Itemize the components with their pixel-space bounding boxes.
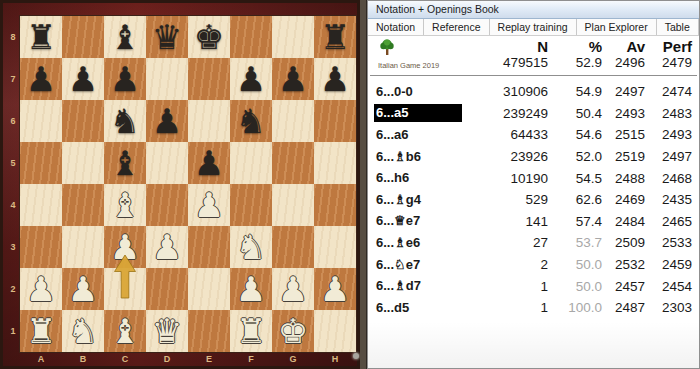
move-label[interactable]: 6...d5 (374, 299, 413, 317)
book-move-row[interactable]: 6...♗d7150.024572454 (368, 275, 699, 297)
score-percent: 50.0 (548, 279, 602, 294)
move-label[interactable]: 6...a6 (374, 126, 413, 144)
score-percent: 53.7 (548, 235, 602, 250)
square-g5[interactable] (272, 142, 314, 184)
games-count: 1 (468, 279, 548, 294)
games-count: 23926 (468, 149, 548, 164)
square-e7[interactable] (188, 58, 230, 100)
rank-label-2: 2 (6, 268, 20, 310)
performance-elo: 2435 (645, 192, 692, 207)
col-header-pct[interactable]: % (548, 38, 602, 55)
rank-labels: 87654321 (6, 16, 20, 352)
square-g8[interactable] (272, 16, 314, 58)
average-elo: 2515 (602, 127, 645, 142)
square-g6[interactable] (272, 100, 314, 142)
tab-plan-explorer[interactable]: Plan Explorer (577, 19, 657, 35)
column-headers: N % Av Perf (368, 38, 699, 55)
square-b8[interactable] (62, 16, 104, 58)
total-pct: 52.9 (548, 55, 602, 70)
black-pawn-d6[interactable]: ♟ (146, 100, 188, 142)
square-a5[interactable] (20, 142, 62, 184)
white-king-g1[interactable]: ♚ (272, 310, 314, 352)
average-elo: 2487 (602, 300, 645, 315)
square-a6[interactable] (20, 100, 62, 142)
black-pawn-c7[interactable]: ♟ (104, 58, 146, 100)
white-knight-f3[interactable]: ♞ (230, 226, 272, 268)
col-header-av[interactable]: Av (602, 38, 645, 55)
white-pawn-d3[interactable]: ♟ (146, 226, 188, 268)
white-bishop-c4[interactable]: ♝ (104, 184, 146, 226)
book-move-list: 6...0-031090654.9249724746...a523924950.… (368, 81, 699, 319)
white-pawn-g2[interactable]: ♟ (272, 268, 314, 310)
move-label[interactable]: 6...♗g4 (374, 191, 425, 209)
book-move-row[interactable]: 6...♗g452962.624692435 (368, 189, 699, 211)
score-percent: 57.4 (548, 214, 602, 229)
panel-titlebar[interactable]: Notation + Openings Book (368, 1, 699, 19)
white-pawn-a2[interactable]: ♟ (20, 268, 62, 310)
white-pawn-c3[interactable]: ♟ (104, 226, 146, 268)
games-count: 529 (468, 192, 548, 207)
square-h1[interactable] (314, 310, 356, 352)
square-g4[interactable] (272, 184, 314, 226)
tab-bar: NotationReferenceReplay trainingPlan Exp… (368, 19, 699, 36)
square-e3[interactable] (188, 226, 230, 268)
square-d5[interactable] (146, 142, 188, 184)
file-label-g: G (272, 352, 314, 369)
square-c2[interactable] (104, 268, 146, 310)
score-percent: 54.9 (548, 84, 602, 99)
total-perf: 2479 (645, 55, 692, 70)
rank-label-8: 8 (6, 16, 20, 58)
file-labels: ABCDEFGH (20, 352, 356, 369)
score-percent: 50.0 (548, 257, 602, 272)
move-label[interactable]: 6...♕e7 (374, 212, 424, 230)
file-label-e: E (188, 352, 230, 369)
rank-label-6: 6 (6, 100, 20, 142)
tab-notation[interactable]: Notation (368, 19, 424, 35)
square-h4[interactable] (314, 184, 356, 226)
square-d2[interactable] (146, 268, 188, 310)
rank-label-5: 5 (6, 142, 20, 184)
book-move-row[interactable]: 6...♗b62392652.025192497 (368, 146, 699, 168)
score-percent: 52.0 (548, 149, 602, 164)
games-count: 2 (468, 257, 548, 272)
performance-elo: 2465 (645, 214, 692, 229)
games-count: 141 (468, 214, 548, 229)
score-percent: 50.4 (548, 106, 602, 121)
games-count: 310906 (468, 84, 548, 99)
book-move-row[interactable]: 6...d51100.024872303 (368, 297, 699, 319)
chess-board[interactable]: ♜♝♛♚♜♟♟♟♟♟♟♞♟♞♝♟♝♟♟♟♞♟♟♟♟♟♜♞♝♛♜♚ (20, 16, 356, 352)
white-pawn-e4[interactable]: ♟ (188, 184, 230, 226)
average-elo: 2457 (602, 279, 645, 294)
performance-elo: 2459 (645, 257, 692, 272)
rank-label-7: 7 (6, 58, 20, 100)
square-h5[interactable] (314, 142, 356, 184)
black-king-e8[interactable]: ♚ (188, 16, 230, 58)
performance-elo: 2483 (645, 106, 692, 121)
white-rook-f1[interactable]: ♜ (230, 310, 272, 352)
file-label-d: D (146, 352, 188, 369)
performance-elo: 2454 (645, 279, 692, 294)
average-elo: 2469 (602, 192, 645, 207)
book-total-row: 479515 52.9 2496 2479 (368, 55, 699, 70)
move-label[interactable]: 6...h6 (374, 169, 413, 187)
square-d7[interactable] (146, 58, 188, 100)
square-g3[interactable] (272, 226, 314, 268)
square-b3[interactable] (62, 226, 104, 268)
book-move-row[interactable]: 6...♗e62753.725092533 (368, 232, 699, 254)
chessbase-window: 87654321 ABCDEFGH ♜♝♛♚♜♟♟♟♟♟♟♞♟♞♝♟♝♟♟♟♞♟… (0, 0, 700, 369)
black-rook-h8[interactable]: ♜ (314, 16, 356, 58)
file-label-a: A (20, 352, 62, 369)
average-elo: 2497 (602, 84, 645, 99)
white-pawn-b2[interactable]: ♟ (62, 268, 104, 310)
file-label-h: H (314, 352, 356, 369)
file-label-c: C (104, 352, 146, 369)
square-f4[interactable] (230, 184, 272, 226)
move-label[interactable]: 6...♗d7 (374, 277, 425, 295)
black-rook-a8[interactable]: ♜ (20, 16, 62, 58)
square-f8[interactable] (230, 16, 272, 58)
square-e2[interactable] (188, 268, 230, 310)
move-label[interactable]: 6...♗b6 (374, 148, 425, 166)
games-count: 239249 (468, 106, 548, 121)
score-percent: 54.5 (548, 171, 602, 186)
black-bishop-c8[interactable]: ♝ (104, 16, 146, 58)
tab-reference[interactable]: Reference (424, 19, 489, 35)
total-av: 2496 (602, 55, 645, 70)
file-label-b: B (62, 352, 104, 369)
black-pawn-h7[interactable]: ♟ (314, 58, 356, 100)
tab-replay-training[interactable]: Replay training (490, 19, 577, 35)
score-percent: 54.6 (548, 127, 602, 142)
average-elo: 2519 (602, 149, 645, 164)
square-b4[interactable] (62, 184, 104, 226)
performance-elo: 2497 (645, 149, 692, 164)
book-move-row[interactable]: 6...♕e714157.424842465 (368, 211, 699, 233)
average-elo: 2484 (602, 214, 645, 229)
games-count: 1 (468, 300, 548, 315)
black-knight-f6[interactable]: ♞ (230, 100, 272, 142)
white-pawn-f2[interactable]: ♟ (230, 268, 272, 310)
total-n: 479515 (468, 55, 548, 70)
rank-label-3: 3 (6, 226, 20, 268)
panel-splitter[interactable] (360, 0, 367, 369)
book-move-row[interactable]: 6...0-031090654.924972474 (368, 81, 699, 103)
square-b5[interactable] (62, 142, 104, 184)
white-rook-a1[interactable]: ♜ (20, 310, 62, 352)
move-label[interactable]: 6...a5 (374, 104, 462, 122)
board-frame: 87654321 ABCDEFGH ♜♝♛♚♜♟♟♟♟♟♟♞♟♞♝♟♝♟♟♟♞♟… (0, 0, 360, 369)
square-a4[interactable] (20, 184, 62, 226)
white-bishop-c1[interactable]: ♝ (104, 310, 146, 352)
performance-elo: 2303 (645, 300, 692, 315)
square-d4[interactable] (146, 184, 188, 226)
square-e6[interactable] (188, 100, 230, 142)
book-move-row[interactable]: 6...a523924950.424932483 (368, 103, 699, 125)
white-queen-d1[interactable]: ♛ (146, 310, 188, 352)
rank-label-1: 1 (6, 310, 20, 352)
book-move-row[interactable]: 6...a66443354.625152493 (368, 124, 699, 146)
white-pawn-h2[interactable]: ♟ (314, 268, 356, 310)
header-separator (370, 75, 697, 76)
side-to-move-indicator (353, 353, 359, 359)
average-elo: 2532 (602, 257, 645, 272)
performance-elo: 2493 (645, 127, 692, 142)
black-pawn-g7[interactable]: ♟ (272, 58, 314, 100)
square-e1[interactable] (188, 310, 230, 352)
col-header-n[interactable]: N (468, 38, 548, 55)
rank-label-4: 4 (6, 184, 20, 226)
move-label[interactable]: 6...♘e7 (374, 256, 424, 274)
performance-elo: 2533 (645, 235, 692, 250)
black-knight-c6[interactable]: ♞ (104, 100, 146, 142)
score-percent: 100.0 (548, 300, 602, 315)
games-count: 27 (468, 235, 548, 250)
performance-elo: 2468 (645, 171, 692, 186)
move-label[interactable]: 6...♗e6 (374, 234, 424, 252)
black-queen-d8[interactable]: ♛ (146, 16, 188, 58)
panel-title: Notation + Openings Book (376, 3, 499, 15)
average-elo: 2509 (602, 235, 645, 250)
chess-board-panel: 87654321 ABCDEFGH ♜♝♛♚♜♟♟♟♟♟♟♞♟♞♝♟♝♟♟♟♞♟… (0, 0, 360, 369)
openings-book-panel: Notation + Openings Book NotationReferen… (367, 0, 700, 369)
average-elo: 2488 (602, 171, 645, 186)
square-a3[interactable] (20, 226, 62, 268)
file-label-f: F (230, 352, 272, 369)
tab-table[interactable]: Table (657, 19, 699, 35)
average-elo: 2493 (602, 106, 645, 121)
black-pawn-e5[interactable]: ♟ (188, 142, 230, 184)
square-h3[interactable] (314, 226, 356, 268)
move-label[interactable]: 6...0-0 (374, 83, 417, 101)
black-pawn-a7[interactable]: ♟ (20, 58, 62, 100)
col-header-perf[interactable]: Perf (645, 38, 692, 55)
games-count: 10190 (468, 171, 548, 186)
book-move-row[interactable]: 6...♘e7250.025322459 (368, 254, 699, 276)
black-pawn-f7[interactable]: ♟ (230, 58, 272, 100)
book-move-row[interactable]: 6...h61019054.524882468 (368, 167, 699, 189)
black-pawn-b7[interactable]: ♟ (62, 58, 104, 100)
book-content: Italian Game 2019 N % Av Perf 479515 52.… (368, 36, 699, 368)
square-h6[interactable] (314, 100, 356, 142)
black-bishop-c5[interactable]: ♝ (104, 142, 146, 184)
games-count: 64433 (468, 127, 548, 142)
performance-elo: 2474 (645, 84, 692, 99)
score-percent: 62.6 (548, 192, 602, 207)
square-b6[interactable] (62, 100, 104, 142)
white-knight-b1[interactable]: ♞ (62, 310, 104, 352)
square-f5[interactable] (230, 142, 272, 184)
